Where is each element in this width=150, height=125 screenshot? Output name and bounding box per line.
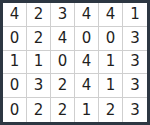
grid-cell[interactable]: 4 [75, 3, 99, 27]
grid-cell[interactable]: 4 [75, 51, 99, 75]
grid-cell[interactable]: 2 [51, 74, 75, 98]
grid-cell[interactable]: 0 [51, 51, 75, 75]
number-grid-board: 423441024003110413032413022123 [0, 0, 150, 125]
grid-cell[interactable]: 2 [27, 98, 51, 122]
grid-cell[interactable]: 1 [99, 51, 123, 75]
grid-cell[interactable]: 4 [75, 74, 99, 98]
grid-cell[interactable]: 3 [123, 98, 147, 122]
grid-cell[interactable]: 2 [27, 27, 51, 51]
grid-cell[interactable]: 0 [99, 27, 123, 51]
grid-cell[interactable]: 1 [75, 98, 99, 122]
grid-cell[interactable]: 3 [123, 51, 147, 75]
grid-cell[interactable]: 1 [123, 3, 147, 27]
grid-cell[interactable]: 0 [3, 27, 27, 51]
grid-cell[interactable]: 2 [51, 98, 75, 122]
grid-cell[interactable]: 3 [123, 27, 147, 51]
grid-cell[interactable]: 2 [27, 3, 51, 27]
grid-cell[interactable]: 3 [27, 74, 51, 98]
grid-cell[interactable]: 0 [3, 74, 27, 98]
grid-cell[interactable]: 1 [99, 74, 123, 98]
grid-cell[interactable]: 0 [75, 27, 99, 51]
grid-cell[interactable]: 4 [51, 27, 75, 51]
grid-cell[interactable]: 3 [123, 74, 147, 98]
grid-cell[interactable]: 2 [99, 98, 123, 122]
grid-cell[interactable]: 1 [27, 51, 51, 75]
grid-cell[interactable]: 3 [51, 3, 75, 27]
grid-cell[interactable]: 0 [3, 98, 27, 122]
grid-cell[interactable]: 1 [3, 51, 27, 75]
grid-cell[interactable]: 4 [3, 3, 27, 27]
grid-cell[interactable]: 4 [99, 3, 123, 27]
